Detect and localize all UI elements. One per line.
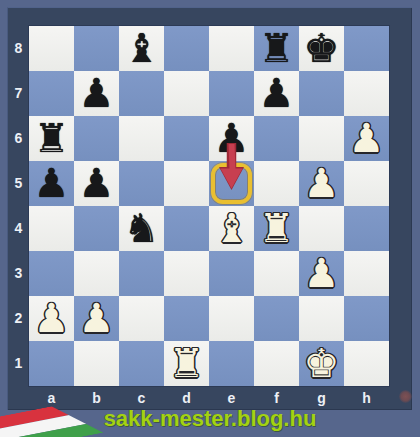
square-g7[interactable] [299,71,344,116]
square-a5[interactable]: ♟ [29,161,74,206]
white-pawn[interactable]: ♟ [304,251,340,296]
square-b7[interactable]: ♟ [74,71,119,116]
square-c5[interactable] [119,161,164,206]
square-c8[interactable]: ♝ [119,26,164,71]
square-f3[interactable] [254,251,299,296]
black-pawn[interactable]: ♟ [259,71,295,116]
white-rook[interactable]: ♜ [169,341,205,386]
black-rook[interactable]: ♜ [259,26,295,71]
square-f5[interactable] [254,161,299,206]
rank-label-8: 8 [8,26,29,71]
rank-label-1: 1 [8,341,29,386]
square-c2[interactable] [119,296,164,341]
rank-label-2: 2 [8,296,29,341]
square-d8[interactable] [164,26,209,71]
square-c4[interactable]: ♞ [119,206,164,251]
square-h1[interactable] [344,341,389,386]
square-g1[interactable]: ♚ [299,341,344,386]
square-f2[interactable] [254,296,299,341]
square-d6[interactable] [164,116,209,161]
square-g3[interactable]: ♟ [299,251,344,296]
square-h4[interactable] [344,206,389,251]
square-e7[interactable] [209,71,254,116]
highlight-ring [211,163,252,204]
white-pawn[interactable]: ♟ [304,161,340,206]
square-a7[interactable] [29,71,74,116]
black-king[interactable]: ♚ [304,26,340,71]
square-h8[interactable] [344,26,389,71]
square-e2[interactable] [209,296,254,341]
square-a4[interactable] [29,206,74,251]
square-f1[interactable] [254,341,299,386]
rank-label-4: 4 [8,206,29,251]
square-h2[interactable] [344,296,389,341]
brand-url: sakk-mester.blog.hu [0,406,420,432]
square-b6[interactable] [74,116,119,161]
square-e4[interactable]: ♝ [209,206,254,251]
square-c3[interactable] [119,251,164,296]
square-d3[interactable] [164,251,209,296]
chess-board: ♝♜♚♟♟♜♟♟♟♟♟♞♝♜♟♟♟♜♚ [29,26,389,386]
white-bishop[interactable]: ♝ [214,206,250,251]
board-frame: 87654321 ♝♜♚♟♟♜♟♟♟♟♟♞♝♜♟♟♟♜♚ abcdefgh [7,7,412,410]
white-pawn[interactable]: ♟ [349,116,385,161]
square-g6[interactable] [299,116,344,161]
square-c6[interactable] [119,116,164,161]
square-g2[interactable] [299,296,344,341]
square-c7[interactable] [119,71,164,116]
square-h7[interactable] [344,71,389,116]
black-pawn[interactable]: ♟ [34,161,70,206]
square-f7[interactable]: ♟ [254,71,299,116]
white-rook[interactable]: ♜ [259,206,295,251]
square-e8[interactable] [209,26,254,71]
square-g5[interactable]: ♟ [299,161,344,206]
square-a3[interactable] [29,251,74,296]
rank-label-3: 3 [8,251,29,296]
black-pawn[interactable]: ♟ [79,161,115,206]
square-e3[interactable] [209,251,254,296]
square-f8[interactable]: ♜ [254,26,299,71]
square-b2[interactable]: ♟ [74,296,119,341]
square-b5[interactable]: ♟ [74,161,119,206]
square-g4[interactable] [299,206,344,251]
square-d5[interactable] [164,161,209,206]
square-h3[interactable] [344,251,389,296]
white-king[interactable]: ♚ [304,341,340,386]
black-rook[interactable]: ♜ [34,116,70,161]
square-d4[interactable] [164,206,209,251]
square-f4[interactable]: ♜ [254,206,299,251]
white-pawn[interactable]: ♟ [79,296,115,341]
bullet-dot [399,390,412,403]
square-a1[interactable] [29,341,74,386]
square-d7[interactable] [164,71,209,116]
square-b1[interactable] [74,341,119,386]
rank-label-7: 7 [8,71,29,116]
square-e6[interactable]: ♟ [209,116,254,161]
square-e5[interactable] [209,161,254,206]
page-background: 87654321 ♝♜♚♟♟♜♟♟♟♟♟♞♝♜♟♟♟♜♚ abcdefgh sa… [0,0,420,437]
black-knight[interactable]: ♞ [124,206,160,251]
square-a6[interactable]: ♜ [29,116,74,161]
square-g8[interactable]: ♚ [299,26,344,71]
square-c1[interactable] [119,341,164,386]
square-d2[interactable] [164,296,209,341]
square-b4[interactable] [74,206,119,251]
square-b3[interactable] [74,251,119,296]
rank-labels: 87654321 [8,26,29,386]
square-a8[interactable] [29,26,74,71]
square-e1[interactable] [209,341,254,386]
square-f6[interactable] [254,116,299,161]
rank-label-5: 5 [8,161,29,206]
square-h6[interactable]: ♟ [344,116,389,161]
square-a2[interactable]: ♟ [29,296,74,341]
black-pawn[interactable]: ♟ [214,116,250,161]
square-b8[interactable] [74,26,119,71]
black-bishop[interactable]: ♝ [124,26,160,71]
rank-label-6: 6 [8,116,29,161]
square-h5[interactable] [344,161,389,206]
square-d1[interactable]: ♜ [164,341,209,386]
white-pawn[interactable]: ♟ [34,296,70,341]
black-pawn[interactable]: ♟ [79,71,115,116]
